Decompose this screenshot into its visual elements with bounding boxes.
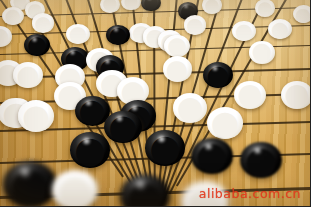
white-stone-glyph: ● <box>5 7 22 26</box>
white-stone: ● <box>234 81 267 110</box>
white-stone: ● <box>232 21 256 41</box>
white-stone: ● <box>32 13 54 32</box>
white-stone-glyph: ● <box>16 62 39 88</box>
white-stone-glyph: ● <box>204 0 220 14</box>
black-stone-glyph: ● <box>143 0 158 11</box>
white-stone-glyph: ● <box>235 21 253 41</box>
white-stone-glyph: ● <box>57 170 94 206</box>
white-stone: ● <box>164 35 190 57</box>
white-stone: ● <box>249 41 276 64</box>
black-stone: ● <box>106 25 130 46</box>
watermark-text: alibaba.com.cn <box>199 186 301 201</box>
white-stone: ● <box>100 0 120 13</box>
black-stone: ● <box>191 138 233 174</box>
white-stone-glyph: ● <box>211 107 240 139</box>
black-stone-glyph: ● <box>9 161 51 207</box>
white-stone: ● <box>268 19 291 39</box>
white-stone-glyph: ● <box>271 19 289 39</box>
white-stone-glyph: ● <box>0 26 10 47</box>
white-stone: ● <box>173 93 208 123</box>
white-stone: ● <box>207 107 244 139</box>
black-stone: ● <box>24 34 50 56</box>
black-stone: ● <box>203 62 233 88</box>
white-stone: ● <box>202 0 222 14</box>
white-stone-glyph: ● <box>34 13 52 32</box>
white-stone-glyph: ● <box>257 0 273 17</box>
white-stone: ● <box>281 81 310 110</box>
white-stone-glyph: ● <box>186 15 204 35</box>
white-stone: ● <box>13 62 43 88</box>
stone-specular-highlight <box>113 27 119 31</box>
white-stone-glyph: ● <box>22 100 50 131</box>
black-stone-glyph: ● <box>125 174 164 206</box>
black-stone: ● <box>3 161 57 207</box>
white-stone-glyph: ● <box>252 41 273 64</box>
white-stone-glyph: ● <box>123 0 138 10</box>
white-stone-glyph: ● <box>176 93 203 123</box>
white-stone-glyph: ● <box>69 24 88 45</box>
stone-specular-highlight <box>156 135 167 142</box>
white-stone: ● <box>0 26 12 47</box>
white-stone-glyph: ● <box>167 35 187 57</box>
black-stone: ● <box>141 0 160 11</box>
white-stone-glyph: ● <box>284 81 310 110</box>
black-stone: ● <box>145 130 186 165</box>
black-stone: ● <box>240 142 282 179</box>
white-stone: ● <box>18 100 54 131</box>
stone-specular-highlight <box>183 5 188 9</box>
white-stone: ● <box>293 5 311 23</box>
go-board-photo: ●●●●●●●●●●●●●●●●●●●●●●●●●●●●●●●●●●●●●●●●… <box>0 0 310 206</box>
stone-specular-highlight <box>252 147 263 155</box>
white-stone-glyph: ● <box>102 0 117 13</box>
white-stone: ● <box>121 0 140 10</box>
stone-specular-highlight <box>81 137 92 144</box>
white-stone-glyph: ● <box>295 5 310 23</box>
stone-specular-highlight <box>18 167 32 177</box>
white-stone: ● <box>52 170 99 206</box>
white-stone-glyph: ● <box>237 81 263 110</box>
stone-specular-highlight <box>31 37 38 42</box>
white-stone: ● <box>184 15 207 35</box>
black-stone: ● <box>70 132 111 168</box>
white-stone: ● <box>163 56 192 81</box>
white-stone: ● <box>255 0 275 17</box>
white-stone: ● <box>66 24 90 45</box>
white-stone: ● <box>2 7 23 26</box>
white-stone-glyph: ● <box>166 56 189 81</box>
black-stone: ● <box>104 111 141 144</box>
